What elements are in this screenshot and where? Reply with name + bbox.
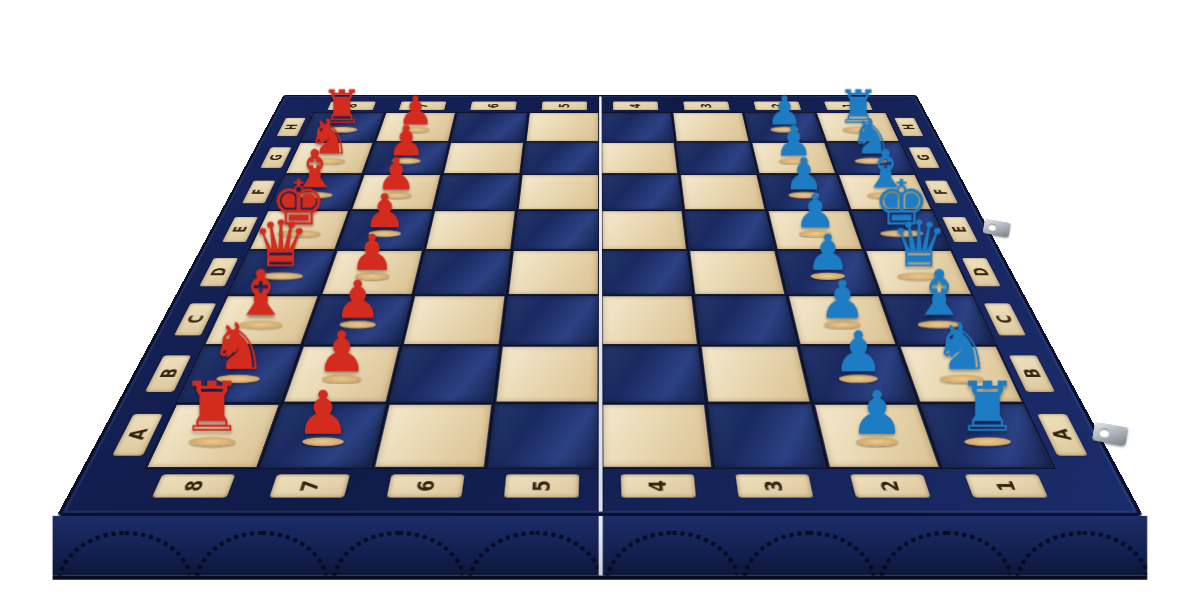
scallop-carving	[326, 516, 463, 576]
scallop-carving	[463, 516, 600, 576]
scallop-carving	[1011, 516, 1148, 576]
product-photo-scene: 87654321 HGFEDCBA ♜♟♟♜♞♟♟♞♝♟♟♝♚♟♟♚♛♟♟♛♝♟…	[0, 0, 1200, 595]
square-a3	[709, 404, 825, 466]
coordinate-tab: 8	[152, 474, 236, 497]
square-g3	[677, 143, 756, 174]
chess-box-board: 87654321 HGFEDCBA ♜♟♟♜♞♟♟♞♝♟♟♝♚♟♟♚♛♟♟♛♝♟…	[57, 95, 1144, 516]
coordinate-tab: G	[908, 147, 939, 168]
square-f3	[681, 175, 764, 209]
square-d3	[690, 251, 784, 293]
rank-label-1: 1	[942, 469, 1073, 504]
square-f6	[436, 175, 519, 209]
square-e6	[426, 211, 514, 249]
coordinate-tab: H	[277, 118, 306, 137]
square-g4	[602, 143, 677, 174]
square-f5	[519, 175, 598, 209]
square-d6	[416, 251, 510, 293]
square-a5	[489, 404, 598, 466]
square-c5	[503, 296, 598, 344]
front-face-seam	[598, 516, 602, 576]
square-h4	[602, 113, 674, 141]
square-e4	[602, 211, 686, 249]
coordinate-tab: 7	[269, 474, 350, 497]
rank-label-4: 4	[600, 469, 718, 504]
square-c3	[696, 296, 796, 344]
square-a4	[602, 404, 711, 466]
coordinate-tab: 4	[621, 474, 697, 497]
coordinate-tab: G	[260, 147, 291, 168]
square-b4	[602, 347, 703, 401]
coordinate-tab: 1	[964, 474, 1048, 497]
square-b6	[391, 347, 499, 401]
square-c6	[404, 296, 504, 344]
square-a6	[375, 404, 491, 466]
piece-red-pawn: ♟	[296, 382, 350, 442]
coordinate-tab: 6	[470, 101, 517, 110]
rank-label-4: 4	[600, 99, 672, 112]
square-h6	[452, 113, 527, 141]
rank-label-3: 3	[714, 469, 836, 504]
coordinate-tab: 4	[613, 101, 659, 110]
coordinate-tab: D	[962, 258, 1001, 287]
scallop-carving	[874, 516, 1011, 576]
rank-label-3: 3	[670, 99, 743, 112]
piece-blue-pawn: ♟	[819, 272, 866, 325]
scallop-carving	[53, 516, 190, 576]
piece-blue-pawn: ♟	[850, 382, 904, 442]
coordinate-tab: 6	[386, 474, 464, 497]
rank-label-7: 7	[246, 469, 372, 504]
rank-label-5: 5	[528, 99, 600, 112]
rank-label-6: 6	[364, 469, 486, 504]
piece-red-rook: ♜	[181, 373, 243, 442]
piece-blue-pawn: ♟	[833, 323, 884, 379]
square-e5	[514, 211, 598, 249]
coordinate-tab: H	[894, 118, 923, 137]
square-c4	[602, 296, 697, 344]
square-a2: ♟	[815, 404, 939, 466]
coordinate-tab: 3	[683, 101, 730, 110]
coordinate-tab: 3	[735, 474, 813, 497]
square-b5	[496, 347, 597, 401]
piece-red-pawn: ♟	[334, 272, 381, 325]
scallop-carving	[737, 516, 874, 576]
coordinate-tab: 5	[504, 474, 580, 497]
coordinate-tab: 5	[541, 101, 587, 110]
piece-red-pawn: ♟	[316, 323, 367, 379]
square-h3	[673, 113, 748, 141]
rank-label-8: 8	[128, 469, 259, 504]
square-d4	[602, 251, 691, 293]
square-d5	[509, 251, 598, 293]
square-a7: ♟	[261, 404, 385, 466]
square-h5	[527, 113, 599, 141]
rank-label-6: 6	[457, 99, 530, 112]
rank-label-5: 5	[482, 469, 600, 504]
scallop-carving	[600, 516, 737, 576]
square-g6	[444, 143, 523, 174]
scallop-carving	[189, 516, 326, 576]
piece-blue-rook: ♜	[957, 373, 1019, 442]
square-g5	[523, 143, 598, 174]
rank-label-2: 2	[828, 469, 954, 504]
square-f4	[602, 175, 681, 209]
square-e3	[685, 211, 773, 249]
coordinate-tab: 2	[850, 474, 931, 497]
box-front-face	[53, 516, 1148, 580]
square-b3	[702, 347, 810, 401]
